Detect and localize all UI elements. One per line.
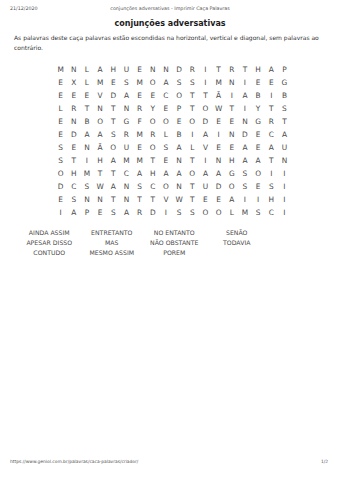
word-item: POREM	[143, 248, 206, 258]
grid-cell: I	[80, 154, 93, 167]
grid-cell: O	[146, 76, 159, 89]
grid-cell: H	[94, 154, 107, 167]
grid-cell: I	[159, 206, 172, 219]
grid-cell: H	[252, 63, 265, 76]
grid-cell: N	[225, 128, 238, 141]
grid-cell: E	[67, 89, 80, 102]
word-item: APESAR DISSO	[18, 238, 81, 248]
grid-cell: S	[278, 102, 291, 115]
word-item: AINDA ASSIM	[18, 228, 81, 238]
grid-cell: O	[173, 89, 186, 102]
grid-cell: S	[107, 206, 120, 219]
word-search-grid: MNLAHUENNDRITRTHAPEXLMESMOASSIMNIEEGEEEV…	[54, 63, 291, 219]
print-footer: https://www.geniol.com.br/palavras/caca-…	[0, 459, 340, 467]
grid-cell: E	[225, 115, 238, 128]
grid-cell: D	[107, 89, 120, 102]
grid-cell: A	[120, 206, 133, 219]
grid-cell: P	[278, 63, 291, 76]
grid-cell: C	[265, 206, 278, 219]
grid-cell: V	[159, 193, 172, 206]
grid-cell: O	[146, 115, 159, 128]
grid-cell: W	[212, 102, 225, 115]
grid-cell: R	[186, 63, 199, 76]
grid-cell: A	[107, 180, 120, 193]
grid-cell: A	[67, 206, 80, 219]
grid-cell: M	[133, 76, 146, 89]
grid-cell: L	[54, 102, 67, 115]
grid-cell: L	[186, 141, 199, 154]
grid-cell: S	[67, 193, 80, 206]
grid-cell: L	[80, 76, 93, 89]
grid-cell: N	[146, 63, 159, 76]
grid-cell: A	[212, 167, 225, 180]
grid-cell: E	[212, 193, 225, 206]
word-list-column: ENTRETANTOMASMESMO ASSIM	[81, 228, 144, 259]
grid-cell: I	[238, 102, 251, 115]
grid-cell: P	[80, 206, 93, 219]
grid-cell: T	[212, 63, 225, 76]
grid-cell: F	[133, 115, 146, 128]
grid-cell: T	[94, 167, 107, 180]
grid-cell: A	[238, 141, 251, 154]
grid-cell: H	[67, 167, 80, 180]
grid-cell: T	[186, 180, 199, 193]
grid-cell: V	[199, 141, 212, 154]
grid-cell: G	[278, 76, 291, 89]
grid-cell: T	[186, 102, 199, 115]
grid-cell: E	[94, 206, 107, 219]
grid-cell: E	[159, 154, 172, 167]
word-item: MAS	[81, 238, 144, 248]
grid-cell: P	[173, 102, 186, 115]
grid-cell: I	[54, 206, 67, 219]
grid-cell: N	[67, 115, 80, 128]
grid-cell: M	[54, 63, 67, 76]
grid-cell: S	[107, 128, 120, 141]
grid-cell: E	[199, 193, 212, 206]
grid-cell: S	[159, 141, 172, 154]
grid-cell: N	[80, 193, 93, 206]
grid-cell: S	[265, 180, 278, 193]
grid-cell: L	[159, 128, 172, 141]
grid-cell: O	[107, 141, 120, 154]
grid-cell: A	[80, 128, 93, 141]
grid-cell: G	[120, 115, 133, 128]
grid-cell: W	[94, 180, 107, 193]
word-item: ENTRETANTO	[81, 228, 144, 238]
grid-cell: A	[278, 128, 291, 141]
grid-cell: A	[199, 167, 212, 180]
grid-cell: E	[159, 102, 172, 115]
word-list: AINDA ASSIMAPESAR DISSOCONTUDOENTRETANTO…	[18, 228, 268, 259]
grid-cell: E	[67, 141, 80, 154]
grid-cell: E	[225, 141, 238, 154]
grid-cell: R	[265, 115, 278, 128]
grid-cell: A	[173, 167, 186, 180]
grid-cell: U	[278, 141, 291, 154]
grid-cell: N	[173, 154, 186, 167]
puzzle-instructions: As palavras deste caça palavras estão es…	[14, 33, 328, 52]
grid-cell: L	[225, 206, 238, 219]
grid-cell: M	[133, 154, 146, 167]
grid-cell: S	[54, 141, 67, 154]
grid-cell: I	[212, 128, 225, 141]
grid-cell: T	[265, 102, 278, 115]
grid-cell: X	[67, 76, 80, 89]
print-document-title: conjunções adversativas - Imprimir Caça …	[0, 6, 340, 11]
grid-cell: I	[278, 180, 291, 193]
grid-cell: B	[278, 89, 291, 102]
grid-cell: A	[265, 63, 278, 76]
grid-cell: B	[252, 89, 265, 102]
word-item: TODAVIA	[206, 238, 269, 248]
grid-cell: A	[133, 167, 146, 180]
grid-cell: I	[199, 154, 212, 167]
grid-cell: I	[278, 193, 291, 206]
grid-cell: A	[107, 154, 120, 167]
grid-cell: E	[212, 115, 225, 128]
grid-cell: I	[252, 193, 265, 206]
grid-cell: B	[173, 128, 186, 141]
grid-cell: Y	[252, 102, 265, 115]
grid-cell: T	[146, 193, 159, 206]
grid-cell: E	[54, 76, 67, 89]
grid-cell: S	[186, 206, 199, 219]
grid-cell: S	[186, 76, 199, 89]
grid-cell: Ã	[94, 141, 107, 154]
grid-cell: H	[265, 193, 278, 206]
grid-cell: T	[265, 154, 278, 167]
grid-cell: E	[252, 141, 265, 154]
grid-cell: N	[120, 102, 133, 115]
grid-cell: H	[146, 167, 159, 180]
grid-cell: Ã	[212, 89, 225, 102]
grid-cell: N	[173, 180, 186, 193]
grid-cell: C	[67, 180, 80, 193]
grid-cell: A	[159, 76, 172, 89]
grid-cell: S	[120, 76, 133, 89]
word-item: CONTUDO	[18, 248, 81, 258]
grid-cell: E	[252, 180, 265, 193]
grid-cell: O	[146, 141, 159, 154]
grid-cell: A	[238, 154, 251, 167]
grid-cell: E	[80, 89, 93, 102]
grid-cell: A	[94, 63, 107, 76]
grid-cell: T	[107, 167, 120, 180]
grid-cell: N	[120, 193, 133, 206]
grid-cell: T	[107, 193, 120, 206]
grid-cell: E	[54, 193, 67, 206]
word-list-column: SENÃOTODAVIA	[206, 228, 269, 259]
grid-cell: E	[54, 89, 67, 102]
word-item: NO ENTANTO	[143, 228, 206, 238]
grid-cell: T	[238, 63, 251, 76]
grid-cell: T	[278, 115, 291, 128]
grid-cell: I	[199, 76, 212, 89]
grid-cell: O	[199, 102, 212, 115]
grid-cell: W	[173, 193, 186, 206]
grid-cell: T	[80, 102, 93, 115]
grid-cell: O	[186, 167, 199, 180]
grid-cell: S	[238, 180, 251, 193]
grid-cell: N	[67, 63, 80, 76]
grid-cell: A	[238, 89, 251, 102]
grid-cell: T	[186, 193, 199, 206]
word-item: SENÃO	[206, 228, 269, 238]
grid-cell: H	[107, 63, 120, 76]
grid-cell: N	[80, 141, 93, 154]
puzzle-title: conjunções adversativas	[0, 19, 340, 28]
grid-cell: D	[212, 180, 225, 193]
grid-cell: B	[80, 115, 93, 128]
grid-cell: E	[133, 89, 146, 102]
grid-cell: I	[238, 193, 251, 206]
grid-cell: S	[252, 206, 265, 219]
grid-cell: M	[212, 76, 225, 89]
grid-cell: I	[265, 167, 278, 180]
grid-cell: V	[94, 89, 107, 102]
grid-cell: H	[225, 154, 238, 167]
grid-cell: T	[133, 193, 146, 206]
grid-cell: D	[146, 206, 159, 219]
grid-cell: O	[159, 115, 172, 128]
grid-cell: M	[133, 128, 146, 141]
grid-cell: N	[94, 102, 107, 115]
grid-cell: R	[133, 206, 146, 219]
grid-cell: E	[146, 89, 159, 102]
grid-cell: S	[238, 167, 251, 180]
grid-cell: O	[54, 167, 67, 180]
grid-cell: R	[225, 63, 238, 76]
grid-cell: D	[67, 128, 80, 141]
grid-cell: I	[186, 128, 199, 141]
grid-cell: D	[199, 115, 212, 128]
grid-cell: G	[225, 167, 238, 180]
word-list-column: NO ENTANTONÃO OBSTANTEPOREM	[143, 228, 206, 259]
grid-cell: A	[225, 193, 238, 206]
grid-cell: R	[120, 128, 133, 141]
grid-cell: E	[107, 76, 120, 89]
grid-cell: I	[225, 89, 238, 102]
grid-cell: E	[54, 115, 67, 128]
grid-cell: N	[212, 154, 225, 167]
grid-cell: U	[120, 63, 133, 76]
grid-cell: O	[225, 180, 238, 193]
word-list-column: AINDA ASSIMAPESAR DISSOCONTUDO	[18, 228, 81, 259]
grid-cell: T	[199, 89, 212, 102]
grid-cell: Y	[146, 102, 159, 115]
grid-cell: N	[238, 115, 251, 128]
grid-cell: A	[199, 128, 212, 141]
grid-cell: E	[54, 128, 67, 141]
grid-cell: S	[173, 76, 186, 89]
print-header: 21/12/2020 conjunções adversativas - Imp…	[0, 6, 340, 16]
grid-cell: R	[67, 102, 80, 115]
grid-cell: N	[225, 76, 238, 89]
grid-cell: O	[199, 206, 212, 219]
grid-cell: M	[238, 206, 251, 219]
grid-cell: M	[120, 154, 133, 167]
grid-cell: T	[146, 154, 159, 167]
grid-cell: O	[186, 115, 199, 128]
grid-cell: S	[54, 154, 67, 167]
word-item: NÃO OBSTANTE	[143, 238, 206, 248]
grid-cell: A	[173, 141, 186, 154]
print-url: https://www.geniol.com.br/palavras/caca-…	[10, 459, 138, 464]
grid-cell: E	[173, 115, 186, 128]
grid-cell: O	[159, 180, 172, 193]
grid-cell: D	[238, 128, 251, 141]
grid-cell: N	[159, 63, 172, 76]
grid-cell: U	[199, 180, 212, 193]
grid-cell: I	[278, 167, 291, 180]
grid-cell: I	[278, 206, 291, 219]
grid-cell: E	[265, 76, 278, 89]
grid-cell: S	[80, 180, 93, 193]
grid-cell: S	[133, 180, 146, 193]
grid-cell: A	[94, 128, 107, 141]
grid-cell: D	[173, 63, 186, 76]
grid-cell: A	[159, 167, 172, 180]
grid-cell: E	[133, 63, 146, 76]
grid-cell: M	[94, 76, 107, 89]
grid-cell: O	[94, 115, 107, 128]
grid-cell: T	[186, 154, 199, 167]
grid-cell: M	[80, 167, 93, 180]
grid-cell: E	[252, 128, 265, 141]
grid-cell: N	[120, 180, 133, 193]
grid-cell: N	[278, 154, 291, 167]
grid-cell: I	[238, 76, 251, 89]
grid-cell: S	[173, 206, 186, 219]
grid-cell: U	[120, 141, 133, 154]
grid-cell: D	[54, 180, 67, 193]
grid-cell: C	[159, 89, 172, 102]
grid-cell: C	[120, 167, 133, 180]
grid-cell: E	[212, 141, 225, 154]
grid-cell: A	[265, 141, 278, 154]
grid-cell: N	[94, 193, 107, 206]
grid-cell: T	[186, 89, 199, 102]
grid-cell: G	[252, 115, 265, 128]
printed-page: 21/12/2020 conjunções adversativas - Imp…	[0, 0, 340, 480]
grid-cell: A	[120, 89, 133, 102]
grid-cell: C	[265, 128, 278, 141]
print-page-number: 1/2	[321, 459, 328, 464]
grid-cell: T	[107, 102, 120, 115]
grid-cell: R	[133, 102, 146, 115]
grid-cell: O	[212, 206, 225, 219]
grid-cell: R	[146, 128, 159, 141]
grid-cell: T	[107, 115, 120, 128]
grid-cell: O	[252, 167, 265, 180]
grid-cell: T	[225, 102, 238, 115]
grid-cell: A	[252, 154, 265, 167]
grid-cell: E	[252, 76, 265, 89]
grid-cell: T	[67, 154, 80, 167]
grid-cell: I	[265, 89, 278, 102]
grid-cell: E	[133, 141, 146, 154]
word-item: MESMO ASSIM	[81, 248, 144, 258]
grid-cell: C	[146, 180, 159, 193]
grid-cell: I	[199, 63, 212, 76]
grid-cell: L	[80, 63, 93, 76]
